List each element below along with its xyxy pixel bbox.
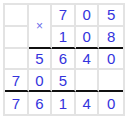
cell-r1c5-multiplicand-digit: 5 xyxy=(99,5,123,27)
cell-r5c2-product-digit: 6 xyxy=(29,92,53,114)
times-sign: × xyxy=(29,5,53,49)
long-multiplication-grid: × 7 0 5 1 0 8 5 6 4 0 7 0 5 7 6 1 4 0 xyxy=(3,3,125,116)
cell-r5c1-product-digit: 7 xyxy=(5,92,29,114)
cell-r1c3-multiplicand-digit: 7 xyxy=(52,5,76,27)
cell-r3c5-partial1-digit: 0 xyxy=(99,49,123,71)
cell-r3c4-partial1-digit: 4 xyxy=(76,49,100,71)
cell-r5c4-product-digit: 4 xyxy=(76,92,100,114)
cell-r1c1 xyxy=(5,5,29,27)
cell-r4c3-partial2-digit: 5 xyxy=(52,70,76,92)
cell-r2c3-multiplier-digit: 1 xyxy=(52,27,76,49)
cell-r3c3-partial1-digit: 6 xyxy=(52,49,76,71)
cell-r3c1 xyxy=(5,49,29,71)
cell-r4c5 xyxy=(99,70,123,92)
cell-r2c5-multiplier-digit: 8 xyxy=(99,27,123,49)
cell-r4c1-partial2-digit: 7 xyxy=(5,70,29,92)
worksheet-canvas: × 7 0 5 1 0 8 5 6 4 0 7 0 5 7 6 1 4 0 xyxy=(0,0,127,118)
cell-r2c1 xyxy=(5,27,29,49)
cell-r5c5-product-digit: 0 xyxy=(99,92,123,114)
cell-r3c2-partial1-digit: 5 xyxy=(29,49,53,71)
cell-r1c4-multiplicand-digit: 0 xyxy=(76,5,100,27)
cell-r2c4-multiplier-digit: 0 xyxy=(76,27,100,49)
cell-r4c4 xyxy=(76,70,100,92)
cell-r5c3-product-digit: 1 xyxy=(52,92,76,114)
cell-r4c2-partial2-digit: 0 xyxy=(29,70,53,92)
